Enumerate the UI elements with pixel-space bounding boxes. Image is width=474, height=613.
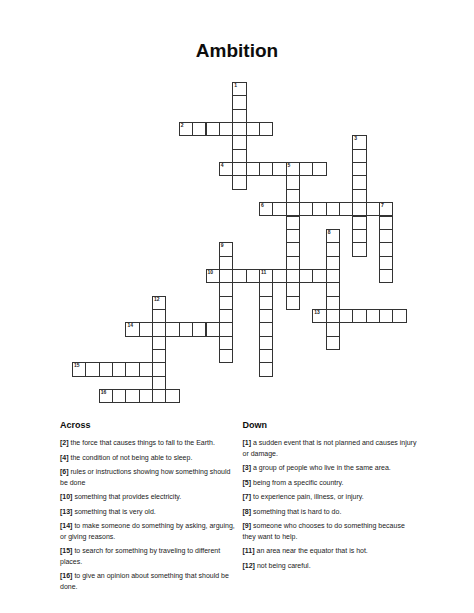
clue-item: [12] not being careful.	[243, 561, 419, 572]
cell-number: 3	[354, 136, 357, 141]
grid-cell[interactable]: 10	[206, 269, 220, 283]
cell-number: 13	[314, 310, 320, 315]
grid-cell[interactable]	[286, 189, 300, 203]
grid-cell[interactable]	[379, 216, 393, 230]
grid-cell[interactable]	[392, 309, 406, 323]
grid-cell[interactable]	[352, 175, 366, 189]
grid-cell[interactable]	[286, 296, 300, 310]
grid-cell[interactable]	[379, 256, 393, 270]
clue-item: [6] rules or instructions showing how so…	[60, 467, 236, 488]
grid-cell[interactable]	[232, 175, 246, 189]
grid-cell[interactable]	[112, 362, 126, 376]
grid-cell[interactable]	[246, 122, 260, 136]
grid-cell[interactable]	[125, 362, 139, 376]
grid-cell[interactable]	[219, 282, 233, 296]
grid-cell[interactable]	[152, 389, 166, 403]
clue-item: [16] to give an opinion about something …	[60, 571, 236, 592]
grid-cell[interactable]	[232, 122, 246, 136]
clue-number: [1]	[243, 439, 252, 446]
grid-cell[interactable]: 4	[219, 162, 233, 176]
grid-cell[interactable]	[85, 362, 99, 376]
grid-cell[interactable]	[352, 202, 366, 216]
cell-number: 16	[101, 390, 107, 395]
grid-cell[interactable]	[219, 296, 233, 310]
grid-cell[interactable]: 16	[99, 389, 113, 403]
clue-number: [8]	[243, 508, 252, 515]
grid-cell[interactable]	[299, 269, 313, 283]
grid-cell[interactable]	[339, 202, 353, 216]
grid-cell[interactable]	[312, 162, 326, 176]
grid-cell[interactable]	[326, 256, 340, 270]
grid-cell[interactable]	[139, 322, 153, 336]
cell-number: 12	[154, 297, 160, 302]
grid-cell[interactable]	[206, 122, 220, 136]
grid-cell[interactable]	[139, 362, 153, 376]
clue-item: [9] someone who chooses to do something …	[243, 521, 419, 542]
grid-cell[interactable]	[219, 122, 233, 136]
grid-cell[interactable]	[125, 389, 139, 403]
grid-cell[interactable]	[99, 362, 113, 376]
grid-cell[interactable]	[352, 149, 366, 163]
grid-cell[interactable]	[326, 336, 340, 350]
cell-number: 5	[288, 163, 291, 168]
grid-cell[interactable]	[219, 322, 233, 336]
grid-cell[interactable]	[219, 269, 233, 283]
grid-cell[interactable]	[192, 322, 206, 336]
grid-cell[interactable]	[379, 242, 393, 256]
clue-item: [11] an area near the equator that is ho…	[243, 546, 419, 557]
grid-cell[interactable]: 8	[326, 229, 340, 243]
grid-cell[interactable]: 11	[259, 269, 273, 283]
cell-number: 1	[234, 83, 237, 88]
clue-number: [7]	[243, 493, 252, 500]
grid-cell[interactable]	[259, 336, 273, 350]
grid-cell[interactable]	[219, 349, 233, 363]
grid-cell[interactable]	[286, 242, 300, 256]
clue-item: [14] to make someone do something by ask…	[60, 521, 236, 542]
grid-cell[interactable]	[286, 202, 300, 216]
across-clues-list: [2] the force that causes things to fall…	[60, 438, 236, 592]
clue-item: [13] something that is very old.	[60, 507, 236, 518]
grid-cell[interactable]	[312, 202, 326, 216]
across-clues-section: Across [2] the force that causes things …	[60, 420, 236, 596]
grid-cell[interactable]	[219, 336, 233, 350]
grid-cell[interactable]	[326, 242, 340, 256]
grid-cell[interactable]	[259, 362, 273, 376]
puzzle-page: Ambition 24567101113141516138912 Across …	[0, 0, 474, 613]
grid-cell[interactable]	[246, 269, 260, 283]
grid-cell[interactable]	[259, 322, 273, 336]
clue-item: [4] the condition of not being able to s…	[60, 453, 236, 464]
clue-number: [11]	[243, 547, 255, 554]
grid-cell[interactable]	[152, 336, 166, 350]
cell-number: 6	[261, 203, 264, 208]
grid-cell[interactable]	[232, 162, 246, 176]
grid-cell[interactable]	[379, 309, 393, 323]
grid-cell[interactable]	[259, 122, 273, 136]
clue-item: [15] to search for something by travelin…	[60, 546, 236, 567]
grid-cell[interactable]	[352, 189, 366, 203]
grid-cell[interactable]	[259, 296, 273, 310]
clue-number: [5]	[243, 479, 252, 486]
grid-cell[interactable]	[219, 256, 233, 270]
grid-cell[interactable]	[366, 309, 380, 323]
cell-number: 14	[127, 323, 133, 328]
grid-cell[interactable]	[286, 282, 300, 296]
grid-cell[interactable]	[352, 162, 366, 176]
grid-cell[interactable]	[326, 309, 340, 323]
grid-cell[interactable]: 5	[286, 162, 300, 176]
across-header: Across	[60, 420, 236, 430]
clue-number: [16]	[60, 572, 72, 579]
grid-cell[interactable]	[232, 109, 246, 123]
grid-cell[interactable]	[272, 202, 286, 216]
grid-cell[interactable]	[192, 122, 206, 136]
grid-cell[interactable]: 3	[352, 135, 366, 149]
cell-number: 15	[74, 363, 80, 368]
grid-cell[interactable]	[299, 162, 313, 176]
grid-cell[interactable]	[246, 162, 260, 176]
grid-cell[interactable]	[139, 389, 153, 403]
grid-cell[interactable]	[259, 282, 273, 296]
grid-cell[interactable]: 2	[179, 122, 193, 136]
grid-cell[interactable]	[152, 349, 166, 363]
grid-cell[interactable]	[312, 269, 326, 283]
grid-cell[interactable]	[232, 269, 246, 283]
clue-number: [15]	[60, 547, 72, 554]
clue-item: [5] being from a specific country.	[243, 478, 419, 489]
clue-item: [3] a group of people who live in the sa…	[243, 463, 419, 474]
grid-cell[interactable]	[112, 389, 126, 403]
down-clues-list: [1] a sudden event that is not planned a…	[243, 438, 419, 571]
grid-cell[interactable]	[206, 322, 220, 336]
grid-cell[interactable]	[219, 309, 233, 323]
grid-cell[interactable]	[286, 175, 300, 189]
grid-cell[interactable]	[366, 202, 380, 216]
grid-cell[interactable]	[165, 322, 179, 336]
grid-cell[interactable]	[286, 269, 300, 283]
grid-cell[interactable]	[152, 309, 166, 323]
grid-cell[interactable]	[299, 202, 313, 216]
grid-cell[interactable]	[152, 362, 166, 376]
grid-cell[interactable]	[352, 309, 366, 323]
grid-cell[interactable]: 14	[125, 322, 139, 336]
grid-cell[interactable]	[326, 269, 340, 283]
grid-cell[interactable]: 12	[152, 296, 166, 310]
grid-cell[interactable]	[259, 309, 273, 323]
cell-number: 10	[208, 270, 214, 275]
grid-cell[interactable]	[179, 322, 193, 336]
grid-cell[interactable]	[379, 269, 393, 283]
grid-cell[interactable]	[232, 135, 246, 149]
grid-cell[interactable]	[326, 282, 340, 296]
grid-cell[interactable]	[152, 322, 166, 336]
grid-cell[interactable]	[232, 149, 246, 163]
puzzle-title: Ambition	[0, 40, 474, 62]
grid-cell[interactable]	[379, 229, 393, 243]
clue-number: [2]	[60, 439, 69, 446]
grid-cell[interactable]	[326, 322, 340, 336]
grid-cell[interactable]	[259, 349, 273, 363]
clue-number: [9]	[243, 522, 252, 529]
grid-cell[interactable]	[352, 242, 366, 256]
grid-cell[interactable]	[272, 162, 286, 176]
grid-cell[interactable]: 1	[232, 82, 246, 96]
grid-cell[interactable]	[339, 309, 353, 323]
clue-item: [2] the force that causes things to fall…	[60, 438, 236, 449]
grid-cell[interactable]	[272, 269, 286, 283]
clue-number: [12]	[243, 562, 255, 569]
grid-cell[interactable]	[352, 229, 366, 243]
clue-number: [14]	[60, 522, 72, 529]
cell-number: 4	[221, 163, 224, 168]
grid-cell[interactable]: 7	[379, 202, 393, 216]
grid-cell[interactable]	[232, 95, 246, 109]
cell-number: 2	[181, 123, 184, 128]
grid-cell[interactable]	[326, 202, 340, 216]
grid-cell[interactable]: 6	[259, 202, 273, 216]
clue-number: [4]	[60, 454, 69, 461]
clue-item: [7] to experience pain, illness, or inju…	[243, 492, 419, 503]
clue-number: [3]	[243, 464, 252, 471]
grid-cell[interactable]: 9	[219, 242, 233, 256]
down-header: Down	[243, 420, 419, 430]
clue-number: [13]	[60, 508, 72, 515]
clue-number: [6]	[60, 468, 69, 475]
grid-cell[interactable]	[165, 389, 179, 403]
grid-cell[interactable]	[286, 216, 300, 230]
down-clues-section: Down [1] a sudden event that is not plan…	[243, 420, 419, 596]
clue-number: [10]	[60, 493, 72, 500]
grid-cell[interactable]	[326, 296, 340, 310]
clue-item: [8] something that is hard to do.	[243, 507, 419, 518]
grid-cell[interactable]: 15	[72, 362, 86, 376]
grid-cell[interactable]	[152, 376, 166, 390]
cell-number: 7	[381, 203, 384, 208]
cell-number: 11	[261, 270, 266, 275]
grid-cell[interactable]: 13	[312, 309, 326, 323]
cell-number: 9	[221, 243, 224, 248]
grid-cell[interactable]	[352, 216, 366, 230]
grid-cell[interactable]	[286, 229, 300, 243]
clues-section: Across [2] the force that causes things …	[60, 420, 425, 596]
grid-cell[interactable]	[286, 256, 300, 270]
grid-cell[interactable]	[259, 162, 273, 176]
clue-item: [10] something that provides electricity…	[60, 492, 236, 503]
clue-item: [1] a sudden event that is not planned a…	[243, 438, 419, 459]
cell-number: 8	[328, 230, 331, 235]
